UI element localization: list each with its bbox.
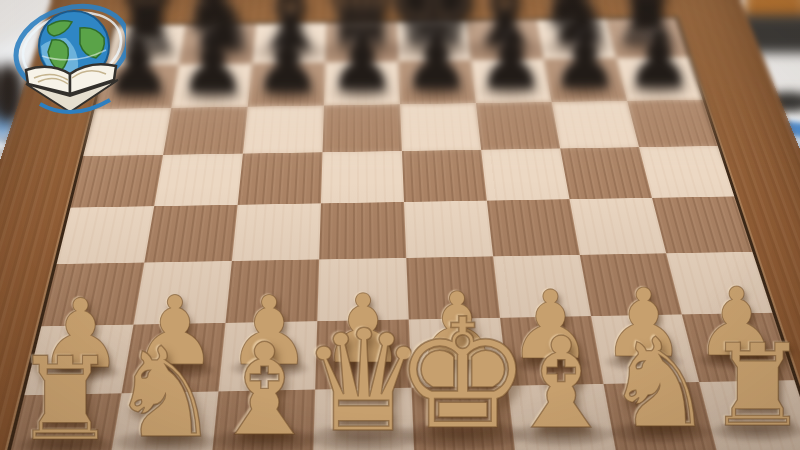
piece-black-pawn-e7[interactable]: ♟︎ bbox=[403, 21, 471, 96]
piece-black-pawn-h7[interactable]: ♟︎ bbox=[625, 18, 692, 93]
chess-photo-scene: 8 ♜︎♞︎♝︎♛︎♚︎♝︎♞︎♜︎♟︎♟︎♟︎♟︎♟︎♟︎♟︎♟︎♟︎♟︎♟︎… bbox=[0, 0, 800, 450]
square-b4[interactable] bbox=[144, 205, 237, 263]
piece-white-knight-b1[interactable]: ♞︎ bbox=[109, 324, 221, 448]
pawn-glyph: ♟︎ bbox=[179, 28, 247, 104]
pawn-glyph: ♟︎ bbox=[254, 27, 322, 102]
piece-black-pawn-c7[interactable]: ♟︎ bbox=[254, 23, 322, 98]
globe-book-logo bbox=[8, 0, 126, 120]
piece-white-rook-h1[interactable]: ♜︎ bbox=[706, 323, 800, 437]
square-h6[interactable] bbox=[627, 100, 718, 148]
knight-glyph: ♞︎ bbox=[604, 321, 715, 445]
square-a5[interactable] bbox=[71, 155, 164, 208]
piece-black-pawn-g7[interactable]: ♟︎ bbox=[551, 19, 618, 94]
pawn-glyph: ♟︎ bbox=[328, 26, 396, 101]
piece-white-knight-g1[interactable]: ♞︎ bbox=[604, 315, 715, 439]
square-a4[interactable] bbox=[57, 206, 155, 264]
square-d5[interactable] bbox=[321, 151, 404, 203]
square-h5[interactable] bbox=[639, 146, 734, 198]
square-d6[interactable] bbox=[323, 104, 402, 152]
square-e5[interactable] bbox=[402, 150, 487, 202]
square-d4[interactable] bbox=[319, 202, 406, 259]
pawn-glyph: ♟︎ bbox=[551, 23, 618, 98]
knight-glyph: ♞︎ bbox=[109, 331, 221, 450]
square-c5[interactable] bbox=[238, 152, 323, 205]
square-f6[interactable] bbox=[476, 102, 560, 150]
square-e6[interactable] bbox=[400, 103, 481, 151]
square-g4[interactable] bbox=[570, 198, 667, 255]
square-b6[interactable] bbox=[163, 107, 248, 155]
square-f5[interactable] bbox=[481, 148, 569, 200]
square-e4[interactable] bbox=[404, 201, 493, 258]
square-c6[interactable] bbox=[243, 106, 324, 154]
pawn-glyph: ♟︎ bbox=[625, 22, 692, 97]
piece-black-pawn-f7[interactable]: ♟︎ bbox=[477, 20, 544, 95]
square-c4[interactable] bbox=[232, 203, 321, 261]
amber-object bbox=[744, 0, 800, 24]
square-g6[interactable] bbox=[552, 101, 639, 149]
square-b5[interactable] bbox=[154, 154, 243, 207]
rook-glyph: ♜︎ bbox=[14, 342, 117, 450]
piece-black-pawn-d7[interactable]: ♟︎ bbox=[328, 22, 396, 97]
pawn-glyph: ♟︎ bbox=[477, 24, 544, 99]
square-f4[interactable] bbox=[487, 199, 580, 256]
square-h4[interactable] bbox=[652, 196, 752, 253]
piece-white-bishop-f1[interactable]: ♝︎ bbox=[505, 315, 618, 441]
square-g5[interactable] bbox=[560, 147, 652, 199]
bishop-glyph: ♝︎ bbox=[505, 321, 618, 447]
piece-white-rook-a1[interactable]: ♜︎ bbox=[14, 336, 117, 450]
piece-black-pawn-b7[interactable]: ♟︎ bbox=[179, 24, 247, 100]
pawn-glyph: ♟︎ bbox=[403, 25, 471, 100]
rook-glyph: ♜︎ bbox=[706, 328, 800, 442]
